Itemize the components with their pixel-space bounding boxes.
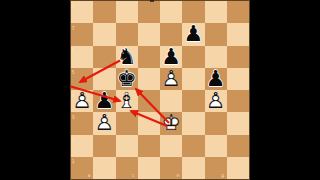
- square-g5[interactable]: ♟: [205, 68, 227, 90]
- square-f4[interactable]: [182, 90, 204, 112]
- square-c8[interactable]: [116, 1, 138, 23]
- square-h8[interactable]: [227, 1, 249, 23]
- square-d4[interactable]: [138, 90, 160, 112]
- letterbox-left: [0, 0, 70, 180]
- black-pawn-b4: ♟: [93, 90, 115, 112]
- white-king-e3: ♚♔: [160, 112, 182, 134]
- square-h6[interactable]: [227, 46, 249, 68]
- square-c2[interactable]: [116, 135, 138, 157]
- square-h4[interactable]: [227, 90, 249, 112]
- square-e8[interactable]: [160, 1, 182, 23]
- square-b7[interactable]: [93, 23, 115, 45]
- square-a6[interactable]: [71, 46, 93, 68]
- piece-glyph-outline: ♙: [205, 90, 227, 112]
- square-b4[interactable]: ♟: [93, 90, 115, 112]
- square-a3[interactable]: [71, 112, 93, 134]
- white-pawn-g4: ♟♙: [205, 90, 227, 112]
- square-c3[interactable]: [116, 112, 138, 134]
- black-pawn-e6: ♟: [160, 46, 182, 68]
- square-a7[interactable]: [71, 23, 93, 45]
- square-d6[interactable]: [138, 46, 160, 68]
- square-d5[interactable]: [138, 68, 160, 90]
- square-c4[interactable]: ♝♗: [116, 90, 138, 112]
- square-b5[interactable]: [93, 68, 115, 90]
- square-g4[interactable]: ♟♙: [205, 90, 227, 112]
- square-d7[interactable]: [138, 23, 160, 45]
- square-f5[interactable]: [182, 68, 204, 90]
- square-h2[interactable]: [227, 135, 249, 157]
- square-h1[interactable]: [227, 157, 249, 179]
- piece-glyph-outline: ♙: [160, 68, 182, 90]
- square-d3[interactable]: [138, 112, 160, 134]
- piece-glyph-fill: ♚: [116, 68, 138, 90]
- square-d8[interactable]: [138, 1, 160, 23]
- square-c7[interactable]: [116, 23, 138, 45]
- square-g1[interactable]: [205, 157, 227, 179]
- piece-glyph-outline: ♗: [116, 90, 138, 112]
- square-f3[interactable]: [182, 112, 204, 134]
- square-b3[interactable]: ♟♙: [93, 112, 115, 134]
- square-h7[interactable]: [227, 23, 249, 45]
- square-e4[interactable]: [160, 90, 182, 112]
- top-edge-mark: [150, 0, 154, 2]
- white-pawn-e5: ♟♙: [160, 68, 182, 90]
- square-e7[interactable]: [160, 23, 182, 45]
- square-a8[interactable]: [71, 1, 93, 23]
- square-f8[interactable]: [182, 1, 204, 23]
- square-e1[interactable]: [160, 157, 182, 179]
- square-f7[interactable]: ♟: [182, 23, 204, 45]
- square-g8[interactable]: [205, 1, 227, 23]
- square-h3[interactable]: [227, 112, 249, 134]
- square-g6[interactable]: [205, 46, 227, 68]
- piece-glyph-fill: ♟: [93, 90, 115, 112]
- black-pawn-f7: ♟: [182, 23, 204, 45]
- square-d2[interactable]: [138, 135, 160, 157]
- piece-glyph-fill: ♟: [160, 46, 182, 68]
- chess-board[interactable]: ♟♞♟♚♟♙♟♟♙♟♝♗♟♙♟♙♚♔87654321abcdefgh: [70, 0, 250, 180]
- square-f1[interactable]: [182, 157, 204, 179]
- black-pawn-g5: ♟: [205, 68, 227, 90]
- square-e3[interactable]: ♚♔: [160, 112, 182, 134]
- white-pawn-b3: ♟♙: [93, 112, 115, 134]
- square-b8[interactable]: [93, 1, 115, 23]
- square-c5[interactable]: ♚: [116, 68, 138, 90]
- square-g2[interactable]: [205, 135, 227, 157]
- square-b1[interactable]: [93, 157, 115, 179]
- square-e5[interactable]: ♟♙: [160, 68, 182, 90]
- square-a2[interactable]: [71, 135, 93, 157]
- piece-glyph-fill: ♟: [205, 68, 227, 90]
- video-frame: ♟♞♟♚♟♙♟♟♙♟♝♗♟♙♟♙♚♔87654321abcdefgh: [0, 0, 320, 180]
- square-g3[interactable]: [205, 112, 227, 134]
- square-f2[interactable]: [182, 135, 204, 157]
- square-d1[interactable]: [138, 157, 160, 179]
- square-c1[interactable]: [116, 157, 138, 179]
- square-b2[interactable]: [93, 135, 115, 157]
- square-e6[interactable]: ♟: [160, 46, 182, 68]
- black-knight-c6: ♞: [116, 46, 138, 68]
- piece-glyph-fill: ♟: [182, 23, 204, 45]
- square-b6[interactable]: [93, 46, 115, 68]
- square-c6[interactable]: ♞: [116, 46, 138, 68]
- white-bishop-c4: ♝♗: [116, 90, 138, 112]
- piece-glyph-outline: ♙: [93, 112, 115, 134]
- square-a4[interactable]: ♟♙: [71, 90, 93, 112]
- piece-glyph-outline: ♙: [71, 90, 93, 112]
- black-king-c5: ♚: [116, 68, 138, 90]
- letterbox-right: [250, 0, 320, 180]
- piece-glyph-fill: ♞: [116, 46, 138, 68]
- square-e2[interactable]: [160, 135, 182, 157]
- white-pawn-a4: ♟♙: [71, 90, 93, 112]
- square-f6[interactable]: [182, 46, 204, 68]
- piece-glyph-outline: ♔: [160, 112, 182, 134]
- square-h5[interactable]: [227, 68, 249, 90]
- square-a5[interactable]: [71, 68, 93, 90]
- square-g7[interactable]: [205, 23, 227, 45]
- square-a1[interactable]: [71, 157, 93, 179]
